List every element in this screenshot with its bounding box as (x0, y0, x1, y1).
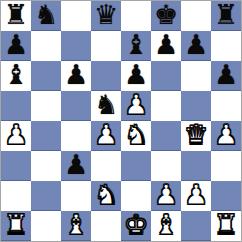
square-e4[interactable]: ♞ (121, 121, 151, 151)
square-g7[interactable]: ♟ (181, 31, 211, 61)
black-pawn-piece[interactable]: ♟ (64, 151, 88, 180)
square-d8[interactable]: ♛ (91, 1, 121, 31)
square-c7[interactable] (61, 31, 91, 61)
square-h3[interactable] (211, 151, 241, 181)
square-h6[interactable]: ♟ (211, 61, 241, 91)
white-pawn-piece[interactable]: ♟ (94, 121, 118, 150)
white-bishop-piece[interactable]: ♝ (154, 211, 178, 240)
white-king-piece[interactable]: ♚ (124, 211, 148, 240)
square-f8[interactable]: ♚ (151, 1, 181, 31)
black-knight-piece[interactable]: ♞ (94, 91, 118, 120)
square-h2[interactable] (211, 181, 241, 211)
square-f5[interactable] (151, 91, 181, 121)
square-h4[interactable]: ♟ (211, 121, 241, 151)
white-pawn-piece[interactable]: ♟ (184, 181, 208, 210)
square-c2[interactable] (61, 181, 91, 211)
square-b8[interactable]: ♞ (31, 1, 61, 31)
square-h5[interactable] (211, 91, 241, 121)
square-g3[interactable] (181, 151, 211, 181)
square-g1[interactable] (181, 211, 211, 241)
square-f4[interactable] (151, 121, 181, 151)
black-pawn-piece[interactable]: ♟ (64, 61, 88, 90)
square-c4[interactable] (61, 121, 91, 151)
white-pawn-piece[interactable]: ♟ (4, 121, 28, 150)
square-h7[interactable] (211, 31, 241, 61)
square-e7[interactable]: ♝ (121, 31, 151, 61)
white-queen-piece[interactable]: ♛ (184, 121, 208, 150)
square-d1[interactable] (91, 211, 121, 241)
square-e8[interactable] (121, 1, 151, 31)
square-e6[interactable]: ♟ (121, 61, 151, 91)
white-knight-piece[interactable]: ♞ (124, 121, 148, 150)
white-rook-piece[interactable]: ♜ (4, 211, 28, 240)
white-bishop-piece[interactable]: ♝ (64, 211, 88, 240)
square-f6[interactable] (151, 61, 181, 91)
black-pawn-piece[interactable]: ♟ (124, 61, 148, 90)
square-c5[interactable] (61, 91, 91, 121)
square-g8[interactable] (181, 1, 211, 31)
square-d5[interactable]: ♞ (91, 91, 121, 121)
chess-board: ♜♞♛♚♜♟♝♟♟♝♟♟♟♞♟♟♟♞♛♟♟♞♟♟♜♝♚♝♜ (0, 0, 242, 242)
black-pawn-piece[interactable]: ♟ (214, 61, 238, 90)
square-e2[interactable] (121, 181, 151, 211)
black-rook-piece[interactable]: ♜ (214, 1, 238, 30)
square-f2[interactable]: ♟ (151, 181, 181, 211)
square-a8[interactable]: ♜ (1, 1, 31, 31)
square-f1[interactable]: ♝ (151, 211, 181, 241)
black-king-piece[interactable]: ♚ (154, 1, 178, 30)
square-a1[interactable]: ♜ (1, 211, 31, 241)
square-g5[interactable] (181, 91, 211, 121)
white-pawn-piece[interactable]: ♟ (124, 91, 148, 120)
square-d2[interactable]: ♞ (91, 181, 121, 211)
square-b4[interactable] (31, 121, 61, 151)
square-f7[interactable]: ♟ (151, 31, 181, 61)
square-a4[interactable]: ♟ (1, 121, 31, 151)
square-h8[interactable]: ♜ (211, 1, 241, 31)
white-rook-piece[interactable]: ♜ (214, 211, 238, 240)
square-c1[interactable]: ♝ (61, 211, 91, 241)
black-pawn-piece[interactable]: ♟ (184, 31, 208, 60)
square-b6[interactable] (31, 61, 61, 91)
square-a3[interactable] (1, 151, 31, 181)
black-bishop-piece[interactable]: ♝ (124, 31, 148, 60)
square-e5[interactable]: ♟ (121, 91, 151, 121)
square-c3[interactable]: ♟ (61, 151, 91, 181)
square-h1[interactable]: ♜ (211, 211, 241, 241)
square-g2[interactable]: ♟ (181, 181, 211, 211)
square-c8[interactable] (61, 1, 91, 31)
square-b7[interactable] (31, 31, 61, 61)
black-pawn-piece[interactable]: ♟ (4, 31, 28, 60)
square-d6[interactable] (91, 61, 121, 91)
square-b1[interactable] (31, 211, 61, 241)
square-f3[interactable] (151, 151, 181, 181)
white-knight-piece[interactable]: ♞ (94, 181, 118, 210)
square-a2[interactable] (1, 181, 31, 211)
white-pawn-piece[interactable]: ♟ (214, 121, 238, 150)
chess-board-grid: ♜♞♛♚♜♟♝♟♟♝♟♟♟♞♟♟♟♞♛♟♟♞♟♟♜♝♚♝♜ (1, 1, 241, 241)
black-pawn-piece[interactable]: ♟ (154, 31, 178, 60)
black-bishop-piece[interactable]: ♝ (4, 61, 28, 90)
square-d3[interactable] (91, 151, 121, 181)
square-c6[interactable]: ♟ (61, 61, 91, 91)
square-e1[interactable]: ♚ (121, 211, 151, 241)
square-d4[interactable]: ♟ (91, 121, 121, 151)
white-pawn-piece[interactable]: ♟ (154, 181, 178, 210)
square-a7[interactable]: ♟ (1, 31, 31, 61)
square-a6[interactable]: ♝ (1, 61, 31, 91)
square-b5[interactable] (31, 91, 61, 121)
black-queen-piece[interactable]: ♛ (94, 1, 118, 30)
square-b3[interactable] (31, 151, 61, 181)
square-a5[interactable] (1, 91, 31, 121)
square-b2[interactable] (31, 181, 61, 211)
black-knight-piece[interactable]: ♞ (34, 1, 58, 30)
square-e3[interactable] (121, 151, 151, 181)
square-d7[interactable] (91, 31, 121, 61)
square-g6[interactable] (181, 61, 211, 91)
black-rook-piece[interactable]: ♜ (4, 1, 28, 30)
square-g4[interactable]: ♛ (181, 121, 211, 151)
